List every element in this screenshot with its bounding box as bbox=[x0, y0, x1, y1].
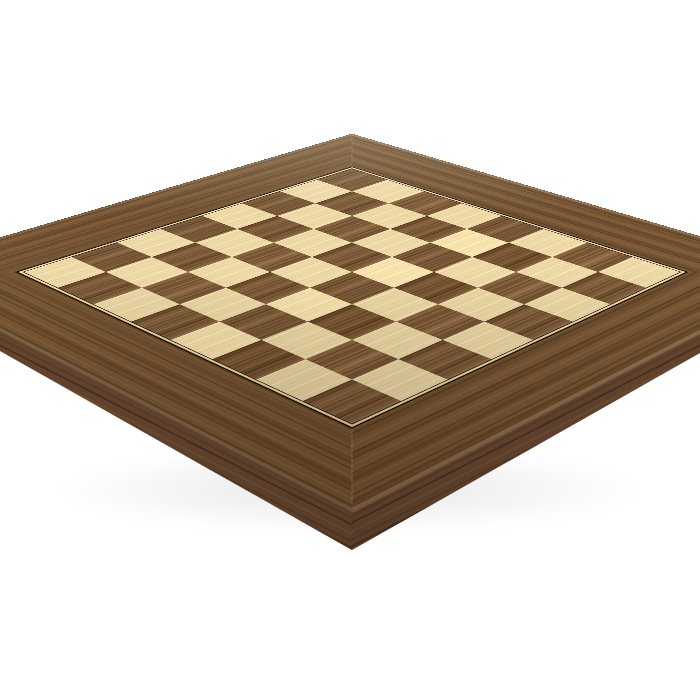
product-photo bbox=[0, 0, 700, 700]
